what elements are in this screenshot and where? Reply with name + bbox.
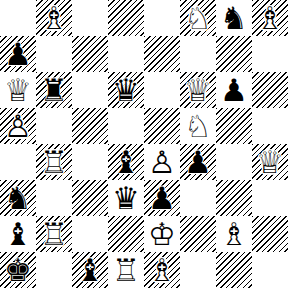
piece-glyph: ♝ [108, 144, 144, 180]
black-pawn: ♟ [180, 144, 216, 180]
square-d2[interactable] [108, 216, 144, 252]
square-f7[interactable] [180, 36, 216, 72]
piece-glyph: ♖ [108, 252, 144, 288]
square-c8[interactable] [72, 0, 108, 36]
piece-glyph: ♟ [144, 180, 180, 216]
square-g6[interactable]: ♟ [216, 72, 252, 108]
square-g4[interactable] [216, 144, 252, 180]
piece-glyph: ♔ [144, 216, 180, 252]
square-e3[interactable]: ♟ [144, 180, 180, 216]
square-d5[interactable] [108, 108, 144, 144]
white-knight: ♞♘ [180, 0, 216, 36]
square-e7[interactable] [144, 36, 180, 72]
piece-glyph: ♕ [252, 144, 288, 180]
piece-glyph: ♙ [144, 144, 180, 180]
white-queen: ♛♕ [0, 72, 36, 108]
square-g8[interactable]: ♞ [216, 0, 252, 36]
square-d7[interactable] [108, 36, 144, 72]
square-a8[interactable] [0, 0, 36, 36]
black-pawn: ♟ [144, 180, 180, 216]
square-e8[interactable] [144, 0, 180, 36]
square-f1[interactable] [180, 252, 216, 288]
square-e1[interactable]: ♝♗ [144, 252, 180, 288]
square-f2[interactable] [180, 216, 216, 252]
square-f5[interactable]: ♞♘ [180, 108, 216, 144]
square-c7[interactable] [72, 36, 108, 72]
square-b7[interactable] [36, 36, 72, 72]
white-bishop: ♝♗ [36, 0, 72, 36]
black-bishop: ♝ [108, 144, 144, 180]
piece-glyph: ♝ [72, 252, 108, 288]
white-queen: ♛♕ [252, 144, 288, 180]
white-pawn: ♟♙ [0, 108, 36, 144]
black-pawn: ♟ [0, 36, 36, 72]
piece-glyph: ♕ [180, 72, 216, 108]
square-h6[interactable] [252, 72, 288, 108]
piece-glyph: ♟ [180, 144, 216, 180]
square-b4[interactable]: ♜♖ [36, 144, 72, 180]
piece-glyph: ♗ [216, 216, 252, 252]
black-bishop: ♝ [0, 216, 36, 252]
square-h1[interactable] [252, 252, 288, 288]
square-g7[interactable] [216, 36, 252, 72]
white-knight: ♞♘ [180, 108, 216, 144]
black-queen: ♛ [108, 180, 144, 216]
square-a6[interactable]: ♛♕ [0, 72, 36, 108]
square-a4[interactable] [0, 144, 36, 180]
square-e5[interactable] [144, 108, 180, 144]
square-g1[interactable] [216, 252, 252, 288]
square-e6[interactable] [144, 72, 180, 108]
white-king: ♚♔ [144, 216, 180, 252]
square-b6[interactable]: ♜ [36, 72, 72, 108]
square-g3[interactable] [216, 180, 252, 216]
black-knight: ♞ [216, 0, 252, 36]
white-bishop: ♝♗ [252, 0, 288, 36]
black-pawn: ♟ [216, 72, 252, 108]
square-c2[interactable] [72, 216, 108, 252]
piece-glyph: ♘ [180, 0, 216, 36]
piece-glyph: ♜ [36, 72, 72, 108]
piece-glyph: ♖ [36, 144, 72, 180]
square-a2[interactable]: ♝ [0, 216, 36, 252]
piece-glyph: ♘ [180, 108, 216, 144]
square-c3[interactable] [72, 180, 108, 216]
piece-glyph: ♟ [216, 72, 252, 108]
white-rook: ♜♖ [36, 144, 72, 180]
black-king: ♚ [0, 252, 36, 288]
square-g5[interactable] [216, 108, 252, 144]
square-g2[interactable]: ♝♗ [216, 216, 252, 252]
square-c6[interactable] [72, 72, 108, 108]
piece-glyph: ♝ [0, 216, 36, 252]
white-bishop: ♝♗ [144, 252, 180, 288]
square-b3[interactable] [36, 180, 72, 216]
square-d3[interactable]: ♛ [108, 180, 144, 216]
white-pawn: ♟♙ [144, 144, 180, 180]
square-c4[interactable] [72, 144, 108, 180]
square-e4[interactable]: ♟♙ [144, 144, 180, 180]
piece-glyph: ♞ [216, 0, 252, 36]
square-c5[interactable] [72, 108, 108, 144]
piece-glyph: ♗ [144, 252, 180, 288]
square-a3[interactable]: ♞ [0, 180, 36, 216]
square-f6[interactable]: ♛♕ [180, 72, 216, 108]
square-h4[interactable]: ♛♕ [252, 144, 288, 180]
square-b1[interactable] [36, 252, 72, 288]
square-h3[interactable] [252, 180, 288, 216]
black-queen: ♛ [108, 72, 144, 108]
square-d4[interactable]: ♝ [108, 144, 144, 180]
piece-glyph: ♛ [108, 72, 144, 108]
square-b2[interactable]: ♜♖ [36, 216, 72, 252]
square-d6[interactable]: ♛ [108, 72, 144, 108]
square-f3[interactable] [180, 180, 216, 216]
piece-glyph: ♖ [36, 216, 72, 252]
square-b5[interactable] [36, 108, 72, 144]
piece-glyph: ♗ [252, 0, 288, 36]
piece-glyph: ♕ [0, 72, 36, 108]
square-b8[interactable]: ♝♗ [36, 0, 72, 36]
square-d1[interactable]: ♜♖ [108, 252, 144, 288]
piece-glyph: ♙ [0, 108, 36, 144]
piece-glyph: ♞ [0, 180, 36, 216]
square-a7[interactable]: ♟ [0, 36, 36, 72]
square-a5[interactable]: ♟♙ [0, 108, 36, 144]
square-h8[interactable]: ♝♗ [252, 0, 288, 36]
square-d8[interactable] [108, 0, 144, 36]
piece-glyph: ♗ [36, 0, 72, 36]
square-e2[interactable]: ♚♔ [144, 216, 180, 252]
piece-glyph: ♚ [0, 252, 36, 288]
square-f4[interactable]: ♟ [180, 144, 216, 180]
square-h2[interactable] [252, 216, 288, 252]
black-bishop: ♝ [72, 252, 108, 288]
black-knight: ♞ [0, 180, 36, 216]
white-rook: ♜♖ [36, 216, 72, 252]
square-c1[interactable]: ♝ [72, 252, 108, 288]
white-rook: ♜♖ [108, 252, 144, 288]
white-bishop: ♝♗ [216, 216, 252, 252]
square-h7[interactable] [252, 36, 288, 72]
piece-glyph: ♟ [0, 36, 36, 72]
square-h5[interactable] [252, 108, 288, 144]
black-rook: ♜ [36, 72, 72, 108]
white-queen: ♛♕ [180, 72, 216, 108]
square-a1[interactable]: ♚ [0, 252, 36, 288]
chess-board: ♝♗♞♘♞♝♗♟♛♕♜♛♛♕♟♟♙♞♘♜♖♝♟♙♟♛♕♞♛♟♝♜♖♚♔♝♗♚♝♜… [0, 0, 288, 288]
square-f8[interactable]: ♞♘ [180, 0, 216, 36]
piece-glyph: ♛ [108, 180, 144, 216]
